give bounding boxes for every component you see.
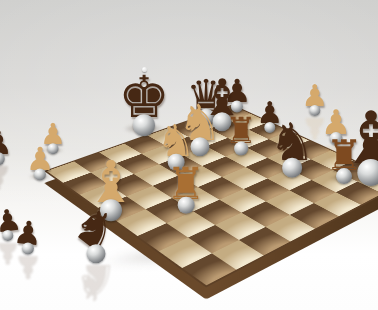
chess-photo-scene: ♚♛♝♟♟♜♞♝♜♞♞♜♝♟♟♟♟♟♟♟♟♞♞♟♟♟♟	[0, 0, 378, 310]
king-finial	[142, 67, 147, 72]
table-reflection: ♟	[14, 251, 43, 283]
metal-ball-base	[234, 142, 248, 156]
metal-ball-base	[282, 158, 302, 178]
metal-ball-base	[178, 197, 195, 214]
metal-ball-base	[133, 114, 155, 136]
table-reflection: ♟	[0, 161, 13, 194]
pieces-layer: ♚♛♝♟♟♜♞♝♜♞♞♜♝♟♟♟♟♟♟♟♟♞♞♟♟♟♟	[0, 0, 378, 310]
table-reflection: ♞	[74, 257, 119, 307]
metal-ball-base	[336, 168, 352, 184]
